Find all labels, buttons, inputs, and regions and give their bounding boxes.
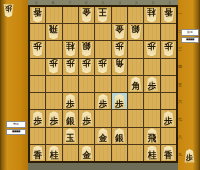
rank-label-一: 一: [178, 5, 183, 23]
square-6h[interactable]: [79, 128, 94, 144]
square-6b[interactable]: [79, 24, 94, 40]
gote-piece-1a: 香: [162, 8, 175, 23]
gote-piece-2c: 歩: [145, 42, 158, 57]
square-1g[interactable]: 歩: [161, 110, 176, 126]
gote-piece-6d: 歩: [80, 59, 93, 74]
square-3b[interactable]: 銀: [128, 24, 143, 40]
square-7c[interactable]: 桂: [63, 41, 78, 57]
square-9i[interactable]: 香: [30, 145, 45, 161]
square-3d[interactable]: [128, 59, 143, 75]
sente-piece-1g: 歩: [162, 111, 175, 126]
square-7h[interactable]: 玉: [63, 128, 78, 144]
gote-piece-4b: 金: [113, 25, 126, 40]
gote-piece-4c: 歩: [113, 42, 126, 57]
sente-name: ■■■■: [6, 129, 26, 136]
square-8d[interactable]: 歩: [46, 59, 61, 75]
gote-piece-6a: 金: [80, 8, 93, 23]
square-8c[interactable]: [46, 41, 61, 57]
square-5i[interactable]: [95, 145, 110, 161]
square-7f[interactable]: 歩: [63, 93, 78, 109]
square-2g[interactable]: [144, 110, 159, 126]
sente-piece-4h: 銀: [113, 128, 126, 143]
rank-label-六: 六: [178, 93, 183, 111]
gote-piece-5d: 歩: [96, 59, 109, 74]
square-8i[interactable]: 桂: [46, 145, 61, 161]
square-2b[interactable]: [144, 24, 159, 40]
square-6i[interactable]: 金: [79, 145, 94, 161]
square-1f[interactable]: [161, 93, 176, 109]
square-2a[interactable]: 桂: [144, 7, 159, 23]
sente-hand-pawn-glyph: 歩: [186, 154, 193, 163]
square-3a[interactable]: [128, 7, 143, 23]
square-5g[interactable]: [95, 110, 110, 126]
sente-piece-4f: 歩: [113, 94, 126, 109]
gote-title: 後手: [181, 29, 199, 36]
square-9d[interactable]: [30, 59, 45, 75]
gote-piece-1c: 歩: [162, 42, 175, 57]
sente-piece-9g: 歩: [31, 111, 44, 126]
sente-title: 先手: [6, 121, 26, 128]
square-2i[interactable]: 桂: [144, 145, 159, 161]
square-5e[interactable]: [95, 76, 110, 92]
rank-label-七: 七: [178, 110, 183, 128]
square-2h[interactable]: 飛: [144, 128, 159, 144]
square-5c[interactable]: [95, 41, 110, 57]
square-1h[interactable]: [161, 128, 176, 144]
square-3f[interactable]: [128, 93, 143, 109]
square-7g[interactable]: 銀: [63, 110, 78, 126]
gote-piece-2a: 桂: [145, 8, 158, 23]
sente-piece-2e: 歩: [145, 77, 158, 92]
sente-piece-1i: 香: [162, 146, 175, 161]
rank-label-四: 四: [178, 58, 183, 76]
square-1b[interactable]: [161, 24, 176, 40]
square-3c[interactable]: [128, 41, 143, 57]
square-1c[interactable]: 歩: [161, 41, 176, 57]
square-1i[interactable]: 香: [161, 145, 176, 161]
square-4i[interactable]: [112, 145, 127, 161]
sente-piece-7g: 銀: [64, 111, 77, 126]
sente-piece-7h: 玉: [64, 128, 77, 143]
gote-piece-4d: 角: [113, 59, 126, 74]
square-2f[interactable]: [144, 93, 159, 109]
sente-piece-5f: 歩: [96, 94, 109, 109]
sente-piece-2i: 桂: [145, 146, 158, 161]
square-2c[interactable]: 歩: [144, 41, 159, 57]
gote-piece-5a: 王: [96, 8, 109, 23]
square-9f[interactable]: [30, 93, 45, 109]
square-4c[interactable]: 歩: [112, 41, 127, 57]
board-bottom-margin: [28, 163, 178, 170]
square-4h[interactable]: 銀: [112, 128, 127, 144]
square-1d[interactable]: [161, 59, 176, 75]
square-6c[interactable]: 銀: [79, 41, 94, 57]
sente-piece-3e: 角: [129, 77, 142, 92]
square-8a[interactable]: [46, 7, 61, 23]
gote-piece-7c: 桂: [64, 42, 77, 57]
square-3e[interactable]: 角: [128, 76, 143, 92]
square-6e[interactable]: [79, 76, 94, 92]
square-6g[interactable]: 歩: [79, 110, 94, 126]
gote-piece-8b: 飛: [47, 25, 60, 40]
square-5h[interactable]: 金: [95, 128, 110, 144]
square-5f[interactable]: 歩: [95, 93, 110, 109]
square-6a[interactable]: 金: [79, 7, 94, 23]
rank-label-八: 八: [178, 128, 183, 146]
square-8e[interactable]: [46, 76, 61, 92]
square-6d[interactable]: 歩: [79, 59, 94, 75]
square-8f[interactable]: [46, 93, 61, 109]
sente-piece-7f: 歩: [64, 94, 77, 109]
sente-piece-8i: 桂: [47, 146, 60, 161]
sente-player-label: 先手 ■■■■: [6, 121, 26, 135]
sente-piece-6g: 歩: [80, 111, 93, 126]
square-8h[interactable]: [46, 128, 61, 144]
square-9b[interactable]: [30, 24, 45, 40]
gote-piece-stand: [0, 0, 28, 170]
shogi-board[interactable]: 香金王桂香飛金銀歩桂銀歩歩歩歩歩歩歩角角歩歩歩歩歩歩銀歩歩玉金銀飛香桂金桂香: [28, 5, 178, 163]
square-7i[interactable]: [63, 145, 78, 161]
gote-piece-6c: 銀: [80, 42, 93, 57]
square-3h[interactable]: [128, 128, 143, 144]
square-4g[interactable]: [112, 110, 127, 126]
rank-label-五: 五: [178, 75, 183, 93]
gote-name: ■■■■: [181, 37, 199, 44]
square-6f[interactable]: [79, 93, 94, 109]
square-5b[interactable]: [95, 24, 110, 40]
square-4a[interactable]: [112, 7, 127, 23]
square-3i[interactable]: [128, 145, 143, 161]
sente-piece-2h: 飛: [145, 128, 158, 143]
square-2d[interactable]: [144, 59, 159, 75]
sente-piece-6i: 金: [80, 146, 93, 161]
square-4b[interactable]: 金: [112, 24, 127, 40]
square-4f[interactable]: 歩: [112, 93, 127, 109]
square-9g[interactable]: 歩: [30, 110, 45, 126]
square-1e[interactable]: [161, 76, 176, 92]
shogi-broadcast-view: ９８７６５４３２１ 一二三四五六七八九 香金王桂香飛金銀歩桂銀歩歩歩歩歩歩歩角角…: [0, 0, 200, 170]
rank-label-九: 九: [178, 146, 183, 164]
square-1a[interactable]: 香: [161, 7, 176, 23]
square-9e[interactable]: [30, 76, 45, 92]
square-2e[interactable]: 歩: [144, 76, 159, 92]
square-4e[interactable]: [112, 76, 127, 92]
gote-hand-pawn-glyph: 歩: [5, 4, 12, 13]
square-5d[interactable]: 歩: [95, 59, 110, 75]
gote-piece-3b: 銀: [129, 25, 142, 40]
square-7e[interactable]: [63, 76, 78, 92]
gote-piece-9c: 歩: [31, 42, 44, 57]
square-5a[interactable]: 王: [95, 7, 110, 23]
gote-player-label: 後手 ■■■■: [181, 29, 199, 43]
sente-piece-5h: 金: [96, 128, 109, 143]
square-9c[interactable]: 歩: [30, 41, 45, 57]
gote-piece-7d: 歩: [64, 59, 77, 74]
square-3g[interactable]: [128, 110, 143, 126]
gote-piece-8d: 歩: [47, 59, 60, 74]
square-9a[interactable]: 香: [30, 7, 45, 23]
square-8b[interactable]: 飛: [46, 24, 61, 40]
square-9h[interactable]: [30, 128, 45, 144]
square-8g[interactable]: 歩: [46, 110, 61, 126]
square-7b[interactable]: [63, 24, 78, 40]
square-7a[interactable]: [63, 7, 78, 23]
square-7d[interactable]: 歩: [63, 59, 78, 75]
square-4d[interactable]: 角: [112, 59, 127, 75]
sente-piece-8g: 歩: [47, 111, 60, 126]
gote-piece-9a: 香: [31, 8, 44, 23]
sente-piece-9i: 香: [31, 146, 44, 161]
